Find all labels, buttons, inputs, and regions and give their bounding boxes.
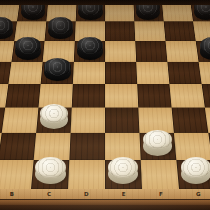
piece-top — [48, 17, 73, 34]
file-label-e: E — [119, 191, 129, 198]
black-man-b6[interactable] — [15, 37, 41, 60]
file-label-c: C — [44, 191, 54, 198]
piece-top — [77, 37, 103, 54]
piece-top — [108, 157, 138, 177]
white-man-e1[interactable] — [108, 157, 138, 184]
file-label-d: D — [81, 191, 91, 198]
white-man-c1[interactable] — [35, 157, 65, 184]
board-front-edge-shadow — [0, 205, 210, 210]
white-man-g1[interactable] — [181, 157, 210, 184]
checkers-board-photo: BCDEFG — [0, 0, 210, 210]
piece-top — [181, 157, 210, 177]
black-man-d6[interactable] — [77, 37, 103, 60]
black-man-a7[interactable] — [0, 17, 13, 39]
white-man-f2[interactable] — [143, 130, 172, 156]
piece-top — [44, 58, 71, 76]
file-label-strip: BCDEFG — [0, 189, 210, 199]
black-man-c5[interactable] — [44, 58, 71, 81]
piece-top — [35, 157, 65, 177]
white-man-c3[interactable] — [40, 104, 68, 129]
pieces-layer — [0, 0, 210, 210]
file-label-f: F — [156, 191, 166, 198]
board-back-frame — [0, 0, 210, 5]
black-man-h6[interactable] — [200, 37, 210, 60]
file-label-g: G — [193, 191, 203, 198]
black-man-c7[interactable] — [48, 17, 73, 39]
file-label-b: B — [7, 191, 17, 198]
